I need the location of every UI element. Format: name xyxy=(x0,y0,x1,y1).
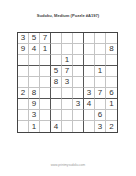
cell-r3c9 xyxy=(106,55,117,66)
cell-r3c4 xyxy=(51,55,62,66)
cell-r8c4 xyxy=(51,110,62,121)
sudoku-page: Sudoku, Medium (Puzzle #A197) 3579418157… xyxy=(0,0,136,176)
cell-r6c8: 7 xyxy=(95,88,106,99)
cell-r7c5 xyxy=(62,99,73,110)
cell-r2c8 xyxy=(95,44,106,55)
cell-r5c6 xyxy=(73,77,84,88)
cell-r4c8: 1 xyxy=(95,66,106,77)
cell-r5c1 xyxy=(18,77,29,88)
cell-r3c8 xyxy=(95,55,106,66)
cell-r6c7: 3 xyxy=(84,88,95,99)
cell-r4c5: 7 xyxy=(62,66,73,77)
cell-r9c4: 4 xyxy=(51,121,62,132)
cell-r1c9 xyxy=(106,33,117,44)
cell-r2c7 xyxy=(84,44,95,55)
cell-r7c8 xyxy=(95,99,106,110)
cell-r1c4 xyxy=(51,33,62,44)
cell-r1c7 xyxy=(84,33,95,44)
cell-r9c9: 2 xyxy=(106,121,117,132)
cell-r7c2: 9 xyxy=(29,99,40,110)
cell-r9c2: 1 xyxy=(29,121,40,132)
cell-r2c3: 1 xyxy=(40,44,51,55)
cell-r2c9: 8 xyxy=(106,44,117,55)
cell-r6c6 xyxy=(73,88,84,99)
cell-r6c3 xyxy=(40,88,51,99)
cell-r7c1 xyxy=(18,99,29,110)
cell-r8c8: 6 xyxy=(95,110,106,121)
cell-r5c9 xyxy=(106,77,117,88)
cell-r6c9: 6 xyxy=(106,88,117,99)
footer-url: www.printmysudoku.com xyxy=(26,163,110,167)
cell-r9c5 xyxy=(62,121,73,132)
cell-r2c6 xyxy=(73,44,84,55)
cell-r7c7: 4 xyxy=(84,99,95,110)
cell-r6c2: 8 xyxy=(29,88,40,99)
cell-r8c7 xyxy=(84,110,95,121)
cell-r3c7 xyxy=(84,55,95,66)
cell-r6c1: 2 xyxy=(18,88,29,99)
cell-r5c5: 3 xyxy=(62,77,73,88)
cell-r4c2 xyxy=(29,66,40,77)
cell-r4c1 xyxy=(18,66,29,77)
cell-r8c6 xyxy=(73,110,84,121)
cell-r5c8 xyxy=(95,77,106,88)
cell-r4c4: 5 xyxy=(51,66,62,77)
cell-r1c1: 3 xyxy=(18,33,29,44)
cell-r9c3 xyxy=(40,121,51,132)
cell-r2c5 xyxy=(62,44,73,55)
cell-r7c3 xyxy=(40,99,51,110)
cell-r1c3: 7 xyxy=(40,33,51,44)
cell-r8c3 xyxy=(40,110,51,121)
cell-r1c8 xyxy=(95,33,106,44)
cell-r9c1 xyxy=(18,121,29,132)
cell-r5c7 xyxy=(84,77,95,88)
cell-r9c8: 3 xyxy=(95,121,106,132)
cell-r9c7 xyxy=(84,121,95,132)
cell-r3c3 xyxy=(40,55,51,66)
cell-r8c2: 3 xyxy=(29,110,40,121)
cell-r5c3 xyxy=(40,77,51,88)
cell-r7c6: 3 xyxy=(73,99,84,110)
cell-r2c2: 4 xyxy=(29,44,40,55)
page-title: Sudoku, Medium (Puzzle #A197) xyxy=(22,14,114,18)
cell-r4c3 xyxy=(40,66,51,77)
cell-r6c5 xyxy=(62,88,73,99)
cell-r4c6 xyxy=(73,66,84,77)
cell-r7c4 xyxy=(51,99,62,110)
cell-r1c2: 5 xyxy=(29,33,40,44)
cell-r8c5 xyxy=(62,110,73,121)
cell-r3c5: 1 xyxy=(62,55,73,66)
cell-r3c1 xyxy=(18,55,29,66)
cell-r2c4 xyxy=(51,44,62,55)
cell-r2c1: 9 xyxy=(18,44,29,55)
cell-r5c4: 8 xyxy=(51,77,62,88)
cell-r4c9 xyxy=(106,66,117,77)
cell-r7c9: 1 xyxy=(106,99,117,110)
cell-r3c2 xyxy=(29,55,40,66)
cell-r8c9 xyxy=(106,110,117,121)
cell-r6c4 xyxy=(51,88,62,99)
cell-r5c2 xyxy=(29,77,40,88)
cell-r8c1 xyxy=(18,110,29,121)
cell-r4c7 xyxy=(84,66,95,77)
cell-r1c5 xyxy=(62,33,73,44)
cell-r9c6 xyxy=(73,121,84,132)
cell-r1c6 xyxy=(73,33,84,44)
sudoku-board: 3579418157183283769341361432 xyxy=(17,32,118,133)
cell-r3c6 xyxy=(73,55,84,66)
